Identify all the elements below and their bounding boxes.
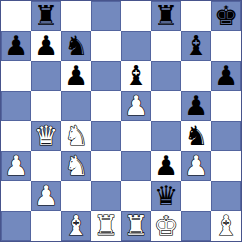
white-bishop-piece[interactable]: ♝	[64, 211, 88, 241]
black-pawn-piece[interactable]: ♟	[64, 61, 88, 91]
square-g1[interactable]	[181, 211, 211, 241]
square-e8[interactable]	[121, 1, 151, 31]
square-g3[interactable]: ♟	[181, 151, 211, 181]
square-f7[interactable]	[151, 31, 181, 61]
square-c5[interactable]	[61, 91, 91, 121]
black-pawn-piece[interactable]: ♟	[184, 91, 208, 121]
white-pawn-piece[interactable]: ♟	[4, 151, 28, 181]
square-a7[interactable]: ♟	[1, 31, 31, 61]
square-b2[interactable]: ♟	[31, 181, 61, 211]
square-b3[interactable]	[31, 151, 61, 181]
square-g5[interactable]: ♟	[181, 91, 211, 121]
white-knight-piece[interactable]: ♞	[64, 151, 88, 181]
square-h8[interactable]: ♚	[211, 1, 241, 31]
square-g4[interactable]: ♞	[181, 121, 211, 151]
square-h6[interactable]: ♟	[211, 61, 241, 91]
square-b7[interactable]: ♟	[31, 31, 61, 61]
square-d8[interactable]	[91, 1, 121, 31]
square-f5[interactable]	[151, 91, 181, 121]
square-e1[interactable]: ♜	[121, 211, 151, 241]
white-rook-piece[interactable]: ♜	[124, 211, 148, 241]
square-h2[interactable]	[211, 181, 241, 211]
square-a6[interactable]	[1, 61, 31, 91]
square-a4[interactable]	[1, 121, 31, 151]
square-a5[interactable]	[1, 91, 31, 121]
black-king-piece[interactable]: ♚	[214, 1, 238, 31]
square-d4[interactable]	[91, 121, 121, 151]
square-b4[interactable]: ♛	[31, 121, 61, 151]
chess-board: ♜♜♚♟♟♞♝♟♝♟♟♟♛♞♞♟♞♟♟♟♛♝♜♜♚♝	[0, 0, 242, 242]
square-f4[interactable]	[151, 121, 181, 151]
square-d2[interactable]	[91, 181, 121, 211]
white-king-piece[interactable]: ♚	[154, 211, 178, 241]
black-pawn-piece[interactable]: ♟	[154, 151, 178, 181]
square-f2[interactable]: ♛	[151, 181, 181, 211]
square-g2[interactable]	[181, 181, 211, 211]
square-f3[interactable]: ♟	[151, 151, 181, 181]
square-a1[interactable]	[1, 211, 31, 241]
square-h4[interactable]	[211, 121, 241, 151]
black-bishop-piece[interactable]: ♝	[124, 61, 148, 91]
square-c2[interactable]	[61, 181, 91, 211]
square-e3[interactable]	[121, 151, 151, 181]
square-e4[interactable]	[121, 121, 151, 151]
square-c3[interactable]: ♞	[61, 151, 91, 181]
square-d6[interactable]	[91, 61, 121, 91]
square-c1[interactable]: ♝	[61, 211, 91, 241]
square-g6[interactable]	[181, 61, 211, 91]
black-pawn-piece[interactable]: ♟	[214, 61, 238, 91]
white-rook-piece[interactable]: ♜	[94, 211, 118, 241]
white-pawn-piece[interactable]: ♟	[124, 91, 148, 121]
square-d5[interactable]	[91, 91, 121, 121]
black-pawn-piece[interactable]: ♟	[4, 31, 28, 61]
square-b8[interactable]: ♜	[31, 1, 61, 31]
square-f1[interactable]: ♚	[151, 211, 181, 241]
square-a8[interactable]	[1, 1, 31, 31]
white-pawn-piece[interactable]: ♟	[184, 151, 208, 181]
square-d3[interactable]	[91, 151, 121, 181]
white-bishop-piece[interactable]: ♝	[214, 211, 238, 241]
square-e6[interactable]: ♝	[121, 61, 151, 91]
black-knight-piece[interactable]: ♞	[184, 121, 208, 151]
square-c4[interactable]: ♞	[61, 121, 91, 151]
square-a2[interactable]	[1, 181, 31, 211]
square-h1[interactable]: ♝	[211, 211, 241, 241]
square-e7[interactable]	[121, 31, 151, 61]
square-h3[interactable]	[211, 151, 241, 181]
square-h5[interactable]	[211, 91, 241, 121]
square-c7[interactable]: ♞	[61, 31, 91, 61]
square-c6[interactable]: ♟	[61, 61, 91, 91]
square-c8[interactable]	[61, 1, 91, 31]
square-g8[interactable]	[181, 1, 211, 31]
black-pawn-piece[interactable]: ♟	[34, 31, 58, 61]
black-rook-piece[interactable]: ♜	[34, 1, 58, 31]
square-g7[interactable]: ♝	[181, 31, 211, 61]
square-e2[interactable]	[121, 181, 151, 211]
black-queen-piece[interactable]: ♛	[154, 181, 178, 211]
square-d7[interactable]	[91, 31, 121, 61]
square-a3[interactable]: ♟	[1, 151, 31, 181]
black-knight-piece[interactable]: ♞	[64, 31, 88, 61]
white-queen-piece[interactable]: ♛	[34, 121, 58, 151]
square-f8[interactable]: ♜	[151, 1, 181, 31]
square-h7[interactable]	[211, 31, 241, 61]
square-b1[interactable]	[31, 211, 61, 241]
black-bishop-piece[interactable]: ♝	[184, 31, 208, 61]
square-f6[interactable]	[151, 61, 181, 91]
black-rook-piece[interactable]: ♜	[154, 1, 178, 31]
square-b5[interactable]	[31, 91, 61, 121]
white-pawn-piece[interactable]: ♟	[34, 181, 58, 211]
square-b6[interactable]	[31, 61, 61, 91]
square-e5[interactable]: ♟	[121, 91, 151, 121]
white-knight-piece[interactable]: ♞	[64, 121, 88, 151]
square-d1[interactable]: ♜	[91, 211, 121, 241]
